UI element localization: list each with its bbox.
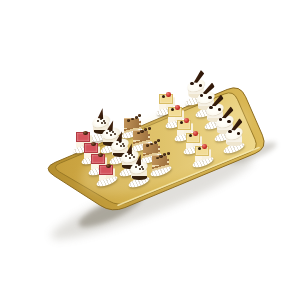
chocolate-dot: [162, 95, 165, 98]
chocolate-dot: [190, 82, 194, 85]
chocolate-sprinkle: [116, 143, 118, 145]
chocolate-chip: [167, 152, 170, 155]
chocolate-base: [132, 176, 147, 180]
chocolate-dot: [199, 84, 203, 87]
chocolate-dot: [171, 108, 174, 111]
chocolate-sprinkle: [120, 145, 122, 147]
chocolate-chip: [148, 127, 151, 130]
chocolate-sprinkle: [106, 132, 108, 134]
chocolate-sprinkle: [104, 122, 106, 124]
chocolate-sprinkle: [142, 168, 144, 170]
chocolate-sprinkle: [123, 145, 125, 147]
chocolate-sprinkle: [135, 166, 137, 168]
redcurrant-berry: [193, 131, 198, 136]
chocolate-chip: [138, 114, 141, 117]
redcurrant-berry: [184, 118, 189, 123]
chocolate-sprinkle: [139, 168, 141, 170]
chocolate-drop: [83, 131, 88, 136]
redcurrant-berry: [175, 105, 180, 110]
chocolate-dot: [228, 130, 232, 133]
chocolate-dot: [209, 106, 213, 109]
chocolate-drop: [98, 153, 103, 158]
chocolate-sprinkle: [114, 133, 116, 135]
chocolate-sprinkle: [129, 157, 131, 159]
chocolate-sprinkle: [125, 155, 127, 157]
chocolate-drop: [91, 142, 96, 147]
petit-four-arrangement: [0, 0, 300, 300]
chocolate-sprinkle: [110, 134, 112, 136]
chocolate-drop: [106, 164, 111, 169]
redcurrant-berry: [202, 144, 207, 149]
chocolate-sprinkle: [101, 122, 103, 124]
chocolate-dot: [208, 96, 212, 99]
chocolate-chip: [140, 130, 143, 133]
redcurrant-berry: [166, 92, 171, 97]
chocolate-chip: [159, 155, 162, 158]
chocolate-dot: [218, 108, 222, 111]
chocolate-dot: [237, 132, 241, 135]
chocolate-sprinkle: [133, 156, 135, 158]
chocolate-dot: [227, 120, 231, 123]
chocolate-dot: [180, 121, 183, 124]
chocolate-dot: [198, 147, 201, 150]
chocolate-chip: [157, 139, 160, 142]
chocolate-base: [227, 142, 242, 146]
petit-four-tray-photo: [0, 0, 300, 300]
chocolate-dot: [189, 134, 192, 137]
chocolate-sprinkle: [97, 120, 99, 122]
